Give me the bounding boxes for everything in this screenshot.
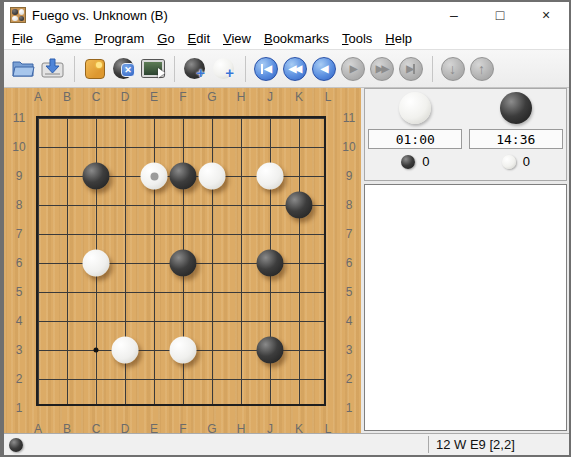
- go-to-beginning-button[interactable]: ◀: [252, 55, 279, 82]
- previous-variation-button: ↑: [468, 55, 495, 82]
- forward-ten-icon: ▶▶: [370, 57, 394, 81]
- setup-black-button[interactable]: +: [181, 55, 208, 82]
- coord-col-top: A: [34, 90, 42, 104]
- white-clock: 01:00: [368, 129, 462, 149]
- titlebar: Fuego vs. Unknown (B) – □ ×: [4, 2, 569, 28]
- white-stone-d3: [112, 337, 139, 364]
- forward-one-icon: ▶: [341, 57, 365, 81]
- board-panel: AABBCCDDEEFFGGHHJJKKLL111110109988776655…: [4, 88, 361, 433]
- coord-row-right: 5: [346, 285, 353, 299]
- to-play-stone-icon: [9, 438, 23, 452]
- toolbar-separator: [74, 56, 75, 82]
- coord-row-right: 6: [346, 256, 353, 270]
- black-clock: 14:36: [469, 129, 563, 149]
- black-player-stone-icon: [500, 92, 532, 124]
- go-to-beginning-icon: ◀: [254, 57, 278, 81]
- white-stone-c6: [83, 250, 110, 277]
- menu-view[interactable]: View: [223, 29, 258, 48]
- white-player-stone-icon: [399, 92, 431, 124]
- player-info-panel: 01:00 0 14:36 0: [364, 88, 567, 181]
- black-stone-f6: [170, 250, 197, 277]
- window-controls: – □ ×: [431, 2, 569, 28]
- statusbar-divider: [428, 436, 429, 453]
- coord-col-top: C: [92, 90, 101, 104]
- black-stone-j3: [257, 337, 284, 364]
- coord-col-top: G: [207, 90, 216, 104]
- coord-row-right: 4: [346, 314, 353, 328]
- white-captures-row: 0: [401, 154, 429, 169]
- menu-bookmarks[interactable]: Bookmarks: [264, 29, 336, 48]
- new-game-icon: [85, 59, 105, 79]
- save-button[interactable]: [39, 55, 66, 82]
- open-button[interactable]: [10, 55, 37, 82]
- coord-row-right: 7: [346, 227, 353, 241]
- back-10-button[interactable]: ◀◀: [281, 55, 308, 82]
- comment-area[interactable]: [364, 184, 567, 431]
- back-one-icon: ◀: [312, 57, 336, 81]
- coord-row-left: 1: [16, 401, 23, 415]
- menu-program[interactable]: Program: [94, 29, 151, 48]
- statusbar-move-text: 12 W E9 [2,2]: [436, 437, 515, 452]
- last-move-marker: [150, 172, 158, 180]
- white-stone-plus-icon: +: [213, 58, 234, 79]
- black-captured-count: 0: [523, 154, 530, 169]
- close-button[interactable]: ×: [523, 2, 569, 28]
- white-mini-stone-icon: [502, 155, 516, 169]
- coord-col-top: L: [325, 90, 332, 104]
- window-title: Fuego vs. Unknown (B): [32, 8, 168, 23]
- coord-row-right: 1: [346, 401, 353, 415]
- white-player-column: 01:00 0: [365, 89, 466, 180]
- maximize-button[interactable]: □: [477, 2, 523, 28]
- white-stone-e9: [141, 163, 168, 190]
- coord-row-right: 3: [346, 343, 353, 357]
- black-stone-k8: [286, 192, 313, 219]
- back-1-button[interactable]: ◀: [310, 55, 337, 82]
- coord-row-right: 11: [343, 111, 355, 125]
- pass-button[interactable]: ✕: [110, 55, 137, 82]
- back-ten-icon: ◀◀: [283, 57, 307, 81]
- black-captures-row: 0: [502, 154, 530, 169]
- menu-file[interactable]: File: [12, 29, 40, 48]
- coord-row-left: 8: [16, 198, 23, 212]
- toolbar: ✕++◀◀◀◀▶▶▶▶↓↑: [4, 49, 569, 88]
- coord-row-left: 10: [12, 140, 25, 154]
- go-to-end-button: ▶: [397, 55, 424, 82]
- coord-row-left: 11: [13, 111, 25, 125]
- black-stone-plus-icon: +: [184, 58, 205, 79]
- menu-edit[interactable]: Edit: [188, 29, 217, 48]
- computer-play-button[interactable]: [139, 55, 166, 82]
- coord-row-right: 8: [346, 198, 353, 212]
- new-game-button[interactable]: [81, 55, 108, 82]
- menu-tools[interactable]: Tools: [342, 29, 379, 48]
- menu-go[interactable]: Go: [157, 29, 181, 48]
- toolbar-separator: [174, 56, 175, 82]
- go-board[interactable]: [36, 116, 326, 406]
- minimize-button[interactable]: –: [431, 2, 477, 28]
- menu-help[interactable]: Help: [385, 29, 419, 48]
- black-stone-c9: [83, 163, 110, 190]
- coord-col-top: H: [237, 90, 246, 104]
- coord-row-left: 7: [16, 227, 23, 241]
- coord-row-right: 9: [346, 169, 353, 183]
- toolbar-separator: [245, 56, 246, 82]
- statusbar: 12 W E9 [2,2]: [4, 433, 569, 455]
- forward-1-button: ▶: [339, 55, 366, 82]
- black-stone-j6: [257, 250, 284, 277]
- coord-row-left: 5: [16, 285, 23, 299]
- coord-row-left: 4: [16, 314, 23, 328]
- down-arrow-icon: ↓: [441, 57, 465, 81]
- menubar: FileGameProgramGoEditViewBookmarksToolsH…: [4, 28, 569, 49]
- menu-game[interactable]: Game: [46, 29, 88, 48]
- coord-row-right: 2: [346, 372, 353, 386]
- go-to-end-icon: ▶: [399, 57, 423, 81]
- main-area: AABBCCDDEEFFGGHHJJKKLL111110109988776655…: [4, 88, 569, 433]
- pass-stone-icon: ✕: [113, 58, 134, 79]
- computer-play-icon: [142, 60, 164, 77]
- coord-col-top: E: [150, 90, 158, 104]
- coord-row-left: 2: [16, 372, 23, 386]
- star-point-c3: [94, 348, 99, 353]
- coord-col-top: J: [267, 90, 273, 104]
- open-folder-icon: [12, 59, 35, 78]
- coord-row-left: 9: [16, 169, 23, 183]
- coord-row-left: 6: [16, 256, 23, 270]
- forward-10-button: ▶▶: [368, 55, 395, 82]
- coord-col-top: D: [121, 90, 130, 104]
- toolbar-separator: [432, 56, 433, 82]
- black-mini-stone-icon: [401, 155, 415, 169]
- coord-row-left: 3: [16, 343, 23, 357]
- save-icon: [41, 58, 64, 79]
- up-arrow-icon: ↑: [470, 57, 494, 81]
- white-stone-g9: [199, 163, 226, 190]
- black-player-column: 14:36 0: [466, 89, 567, 180]
- app-icon: [10, 7, 26, 23]
- app-window: Fuego vs. Unknown (B) – □ × FileGameProg…: [0, 0, 571, 457]
- black-stone-f9: [170, 163, 197, 190]
- right-panel: 01:00 0 14:36 0: [364, 88, 567, 433]
- coord-row-right: 10: [342, 140, 355, 154]
- white-captured-count: 0: [422, 154, 429, 169]
- coord-col-top: F: [179, 90, 186, 104]
- next-variation-button: ↓: [439, 55, 466, 82]
- setup-white-button[interactable]: +: [210, 55, 237, 82]
- white-stone-f3: [170, 337, 197, 364]
- white-stone-j9: [257, 163, 284, 190]
- coord-col-top: K: [295, 90, 303, 104]
- coord-col-top: B: [63, 90, 71, 104]
